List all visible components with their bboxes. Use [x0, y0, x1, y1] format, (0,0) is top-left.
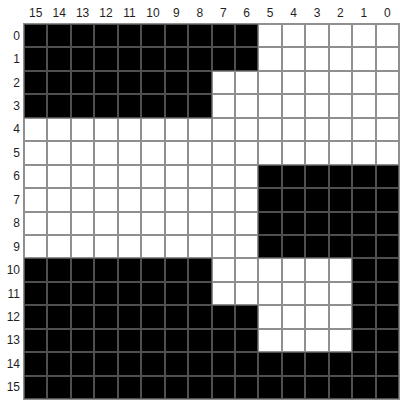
- cell-r6-c13[interactable]: [72, 166, 93, 187]
- cell-r10-c15[interactable]: [25, 259, 46, 280]
- cell-r10-c14[interactable]: [48, 259, 69, 280]
- cell-r15-c5[interactable]: [259, 377, 280, 398]
- row-label-15: 15: [0, 377, 23, 398]
- cell-r4-c9[interactable]: [166, 119, 187, 140]
- cell-r15-c15[interactable]: [25, 377, 46, 398]
- cell-r11-c14[interactable]: [48, 283, 69, 304]
- cell-r12-c8[interactable]: [189, 306, 210, 327]
- cell-r1-c7[interactable]: [213, 48, 234, 69]
- cell-r4-c0[interactable]: [377, 119, 398, 140]
- cell-r12-c2[interactable]: [330, 306, 351, 327]
- cell-r6-c2[interactable]: [330, 166, 351, 187]
- cell-r8-c6[interactable]: [236, 213, 257, 234]
- cell-r6-c6[interactable]: [236, 166, 257, 187]
- cell-r8-c10[interactable]: [142, 213, 163, 234]
- cell-r3-c15[interactable]: [25, 95, 46, 116]
- cell-r12-c13[interactable]: [72, 306, 93, 327]
- cell-r6-c14[interactable]: [48, 166, 69, 187]
- cell-r11-c3[interactable]: [306, 283, 327, 304]
- cell-r5-c1[interactable]: [353, 142, 374, 163]
- col-label-4: 4: [283, 0, 304, 23]
- cell-r12-c1[interactable]: [353, 306, 374, 327]
- cell-r12-c0[interactable]: [377, 306, 398, 327]
- row-label-1: 1: [0, 48, 23, 69]
- row-label-7: 7: [0, 189, 23, 210]
- row-label-14: 14: [0, 353, 23, 374]
- cell-r3-c14[interactable]: [48, 95, 69, 116]
- cell-r1-c9[interactable]: [166, 48, 187, 69]
- cell-r2-c2[interactable]: [330, 72, 351, 93]
- cell-r6-c0[interactable]: [377, 166, 398, 187]
- cell-r11-c9[interactable]: [166, 283, 187, 304]
- cell-r0-c11[interactable]: [119, 25, 140, 46]
- cell-r3-c3[interactable]: [306, 95, 327, 116]
- cell-r12-c9[interactable]: [166, 306, 187, 327]
- cell-r1-c11[interactable]: [119, 48, 140, 69]
- cell-r3-c1[interactable]: [353, 95, 374, 116]
- cell-r10-c1[interactable]: [353, 259, 374, 280]
- cell-r5-c7[interactable]: [213, 142, 234, 163]
- cell-r12-c10[interactable]: [142, 306, 163, 327]
- cell-r3-c6[interactable]: [236, 95, 257, 116]
- cell-r9-c11[interactable]: [119, 236, 140, 257]
- cell-r13-c2[interactable]: [330, 330, 351, 351]
- cell-r14-c7[interactable]: [213, 353, 234, 374]
- cell-r1-c1[interactable]: [353, 48, 374, 69]
- cell-r6-c8[interactable]: [189, 166, 210, 187]
- cell-r11-c6[interactable]: [236, 283, 257, 304]
- cell-r8-c14[interactable]: [48, 213, 69, 234]
- row-label-13: 13: [0, 330, 23, 351]
- cell-r8-c0[interactable]: [377, 213, 398, 234]
- col-label-13: 13: [72, 0, 93, 23]
- bitmap-board: 1514131211109876543210 01234567891011121…: [0, 0, 400, 400]
- cell-r9-c15[interactable]: [25, 236, 46, 257]
- col-label-10: 10: [142, 0, 163, 23]
- cell-r12-c15[interactable]: [25, 306, 46, 327]
- cell-r15-c13[interactable]: [72, 377, 93, 398]
- cell-r0-c2[interactable]: [330, 25, 351, 46]
- cell-r8-c12[interactable]: [95, 213, 116, 234]
- cell-r14-c2[interactable]: [330, 353, 351, 374]
- cell-r13-c9[interactable]: [166, 330, 187, 351]
- cell-r8-c8[interactable]: [189, 213, 210, 234]
- row-label-4: 4: [0, 119, 23, 140]
- cell-r13-c4[interactable]: [283, 330, 304, 351]
- cell-r1-c4[interactable]: [283, 48, 304, 69]
- cell-r14-c14[interactable]: [48, 353, 69, 374]
- cell-r1-c6[interactable]: [236, 48, 257, 69]
- cell-r9-c14[interactable]: [48, 236, 69, 257]
- cell-r5-c14[interactable]: [48, 142, 69, 163]
- cell-r6-c9[interactable]: [166, 166, 187, 187]
- cell-r14-c13[interactable]: [72, 353, 93, 374]
- cell-r9-c9[interactable]: [166, 236, 187, 257]
- cell-r7-c7[interactable]: [213, 189, 234, 210]
- cell-r0-c1[interactable]: [353, 25, 374, 46]
- cell-r14-c9[interactable]: [166, 353, 187, 374]
- cell-r14-c8[interactable]: [189, 353, 210, 374]
- cell-r0-c15[interactable]: [25, 25, 46, 46]
- cell-r3-c4[interactable]: [283, 95, 304, 116]
- cell-r7-c3[interactable]: [306, 189, 327, 210]
- cell-r15-c10[interactable]: [142, 377, 163, 398]
- cell-r14-c4[interactable]: [283, 353, 304, 374]
- cell-r11-c10[interactable]: [142, 283, 163, 304]
- cell-r3-c5[interactable]: [259, 95, 280, 116]
- cell-r0-c7[interactable]: [213, 25, 234, 46]
- cell-r5-c12[interactable]: [95, 142, 116, 163]
- cell-r11-c7[interactable]: [213, 283, 234, 304]
- cell-r11-c5[interactable]: [259, 283, 280, 304]
- row-label-0: 0: [0, 25, 23, 46]
- cell-r1-c12[interactable]: [95, 48, 116, 69]
- col-label-8: 8: [189, 0, 210, 23]
- cell-r3-c11[interactable]: [119, 95, 140, 116]
- cell-r6-c4[interactable]: [283, 166, 304, 187]
- cell-r5-c13[interactable]: [72, 142, 93, 163]
- cell-r9-c12[interactable]: [95, 236, 116, 257]
- cell-r13-c3[interactable]: [306, 330, 327, 351]
- cell-r10-c5[interactable]: [259, 259, 280, 280]
- cell-r7-c11[interactable]: [119, 189, 140, 210]
- cell-r15-c2[interactable]: [330, 377, 351, 398]
- cell-r5-c4[interactable]: [283, 142, 304, 163]
- cell-r3-c9[interactable]: [166, 95, 187, 116]
- col-label-14: 14: [48, 0, 69, 23]
- cell-r5-c0[interactable]: [377, 142, 398, 163]
- cell-r10-c0[interactable]: [377, 259, 398, 280]
- cell-r10-c6[interactable]: [236, 259, 257, 280]
- cell-r14-c3[interactable]: [306, 353, 327, 374]
- cell-r13-c0[interactable]: [377, 330, 398, 351]
- cell-r8-c13[interactable]: [72, 213, 93, 234]
- cell-r4-c11[interactable]: [119, 119, 140, 140]
- cell-r1-c15[interactable]: [25, 48, 46, 69]
- cell-r11-c4[interactable]: [283, 283, 304, 304]
- cell-r14-c12[interactable]: [95, 353, 116, 374]
- cell-r12-c12[interactable]: [95, 306, 116, 327]
- col-label-7: 7: [213, 0, 234, 23]
- cell-r3-c13[interactable]: [72, 95, 93, 116]
- cell-r12-c5[interactable]: [259, 306, 280, 327]
- cell-r6-c7[interactable]: [213, 166, 234, 187]
- cell-r0-c8[interactable]: [189, 25, 210, 46]
- cell-r8-c11[interactable]: [119, 213, 140, 234]
- cell-r7-c8[interactable]: [189, 189, 210, 210]
- cell-r12-c11[interactable]: [119, 306, 140, 327]
- cell-r3-c12[interactable]: [95, 95, 116, 116]
- cell-r8-c15[interactable]: [25, 213, 46, 234]
- cell-r11-c13[interactable]: [72, 283, 93, 304]
- cell-r13-c10[interactable]: [142, 330, 163, 351]
- cell-r11-c15[interactable]: [25, 283, 46, 304]
- cell-r15-c6[interactable]: [236, 377, 257, 398]
- cell-r11-c8[interactable]: [189, 283, 210, 304]
- cell-r4-c1[interactable]: [353, 119, 374, 140]
- cell-r12-c4[interactable]: [283, 306, 304, 327]
- cell-r1-c5[interactable]: [259, 48, 280, 69]
- cell-r1-c13[interactable]: [72, 48, 93, 69]
- col-label-3: 3: [306, 0, 327, 23]
- cell-r14-c6[interactable]: [236, 353, 257, 374]
- cell-r2-c13[interactable]: [72, 72, 93, 93]
- cell-r14-c0[interactable]: [377, 353, 398, 374]
- cell-r1-c10[interactable]: [142, 48, 163, 69]
- cell-r2-c8[interactable]: [189, 72, 210, 93]
- cell-r0-c14[interactable]: [48, 25, 69, 46]
- cell-r4-c10[interactable]: [142, 119, 163, 140]
- col-label-6: 6: [236, 0, 257, 23]
- cell-r13-c12[interactable]: [95, 330, 116, 351]
- cell-r7-c10[interactable]: [142, 189, 163, 210]
- cell-r0-c13[interactable]: [72, 25, 93, 46]
- cell-r1-c8[interactable]: [189, 48, 210, 69]
- cell-r13-c7[interactable]: [213, 330, 234, 351]
- cell-r4-c3[interactable]: [306, 119, 327, 140]
- cell-r7-c2[interactable]: [330, 189, 351, 210]
- cell-r4-c4[interactable]: [283, 119, 304, 140]
- cell-r8-c1[interactable]: [353, 213, 374, 234]
- cell-r5-c15[interactable]: [25, 142, 46, 163]
- cell-r4-c13[interactable]: [72, 119, 93, 140]
- cell-r0-c10[interactable]: [142, 25, 163, 46]
- cell-r2-c12[interactable]: [95, 72, 116, 93]
- cell-r3-c0[interactable]: [377, 95, 398, 116]
- cell-r8-c9[interactable]: [166, 213, 187, 234]
- cell-r0-c5[interactable]: [259, 25, 280, 46]
- cell-r15-c0[interactable]: [377, 377, 398, 398]
- cell-r9-c2[interactable]: [330, 236, 351, 257]
- cell-r9-c0[interactable]: [377, 236, 398, 257]
- cell-r5-c10[interactable]: [142, 142, 163, 163]
- cell-r7-c4[interactable]: [283, 189, 304, 210]
- row-label-11: 11: [0, 283, 23, 304]
- cell-r11-c0[interactable]: [377, 283, 398, 304]
- cell-r7-c1[interactable]: [353, 189, 374, 210]
- cell-r3-c8[interactable]: [189, 95, 210, 116]
- cell-r10-c3[interactable]: [306, 259, 327, 280]
- cell-r7-c15[interactable]: [25, 189, 46, 210]
- cell-r2-c0[interactable]: [377, 72, 398, 93]
- row-label-2: 2: [0, 72, 23, 93]
- cell-r10-c13[interactable]: [72, 259, 93, 280]
- cell-r5-c8[interactable]: [189, 142, 210, 163]
- row-label-5: 5: [0, 142, 23, 163]
- cell-r2-c10[interactable]: [142, 72, 163, 93]
- cell-r10-c12[interactable]: [95, 259, 116, 280]
- cell-r13-c11[interactable]: [119, 330, 140, 351]
- cell-r6-c15[interactable]: [25, 166, 46, 187]
- cell-r14-c5[interactable]: [259, 353, 280, 374]
- cell-r15-c3[interactable]: [306, 377, 327, 398]
- cell-r6-c3[interactable]: [306, 166, 327, 187]
- cell-r7-c14[interactable]: [48, 189, 69, 210]
- cell-r15-c14[interactable]: [48, 377, 69, 398]
- cell-r11-c2[interactable]: [330, 283, 351, 304]
- cell-r9-c7[interactable]: [213, 236, 234, 257]
- cell-r8-c2[interactable]: [330, 213, 351, 234]
- cell-r2-c14[interactable]: [48, 72, 69, 93]
- cell-r0-c0[interactable]: [377, 25, 398, 46]
- cell-r1-c14[interactable]: [48, 48, 69, 69]
- cell-r2-c15[interactable]: [25, 72, 46, 93]
- cell-r15-c11[interactable]: [119, 377, 140, 398]
- cell-r2-c1[interactable]: [353, 72, 374, 93]
- cell-r0-c4[interactable]: [283, 25, 304, 46]
- cell-r8-c5[interactable]: [259, 213, 280, 234]
- cell-r0-c12[interactable]: [95, 25, 116, 46]
- cell-r1-c0[interactable]: [377, 48, 398, 69]
- cell-r6-c1[interactable]: [353, 166, 374, 187]
- cell-r4-c5[interactable]: [259, 119, 280, 140]
- cell-r3-c10[interactable]: [142, 95, 163, 116]
- cell-r7-c9[interactable]: [166, 189, 187, 210]
- row-label-3: 3: [0, 95, 23, 116]
- cell-r8-c7[interactable]: [213, 213, 234, 234]
- cell-r15-c4[interactable]: [283, 377, 304, 398]
- cell-r8-c3[interactable]: [306, 213, 327, 234]
- cell-r12-c6[interactable]: [236, 306, 257, 327]
- cell-r2-c6[interactable]: [236, 72, 257, 93]
- cell-r13-c15[interactable]: [25, 330, 46, 351]
- cell-r5-c2[interactable]: [330, 142, 351, 163]
- pixel-grid: [23, 23, 400, 400]
- cell-r15-c12[interactable]: [95, 377, 116, 398]
- cell-r0-c9[interactable]: [166, 25, 187, 46]
- col-label-12: 12: [95, 0, 116, 23]
- cell-r4-c8[interactable]: [189, 119, 210, 140]
- cell-r15-c9[interactable]: [166, 377, 187, 398]
- cell-r13-c13[interactable]: [72, 330, 93, 351]
- cell-r9-c4[interactable]: [283, 236, 304, 257]
- cell-r12-c3[interactable]: [306, 306, 327, 327]
- cell-r14-c10[interactable]: [142, 353, 163, 374]
- cell-r7-c5[interactable]: [259, 189, 280, 210]
- cell-r6-c12[interactable]: [95, 166, 116, 187]
- cell-r9-c3[interactable]: [306, 236, 327, 257]
- cell-r10-c7[interactable]: [213, 259, 234, 280]
- cell-r9-c8[interactable]: [189, 236, 210, 257]
- cell-r7-c6[interactable]: [236, 189, 257, 210]
- cell-r4-c14[interactable]: [48, 119, 69, 140]
- cell-r10-c4[interactable]: [283, 259, 304, 280]
- cell-r12-c7[interactable]: [213, 306, 234, 327]
- cell-r13-c8[interactable]: [189, 330, 210, 351]
- cell-r10-c8[interactable]: [189, 259, 210, 280]
- cell-r9-c10[interactable]: [142, 236, 163, 257]
- cell-r13-c5[interactable]: [259, 330, 280, 351]
- col-label-5: 5: [259, 0, 280, 23]
- cell-r13-c1[interactable]: [353, 330, 374, 351]
- cell-r5-c5[interactable]: [259, 142, 280, 163]
- cell-r14-c15[interactable]: [25, 353, 46, 374]
- col-label-0: 0: [377, 0, 398, 23]
- cell-r9-c6[interactable]: [236, 236, 257, 257]
- cell-r2-c5[interactable]: [259, 72, 280, 93]
- cell-r12-c14[interactable]: [48, 306, 69, 327]
- cell-r13-c14[interactable]: [48, 330, 69, 351]
- cell-r8-c4[interactable]: [283, 213, 304, 234]
- cell-r11-c11[interactable]: [119, 283, 140, 304]
- cell-r15-c8[interactable]: [189, 377, 210, 398]
- col-label-2: 2: [330, 0, 351, 23]
- cell-r1-c2[interactable]: [330, 48, 351, 69]
- cell-r13-c6[interactable]: [236, 330, 257, 351]
- cell-r3-c2[interactable]: [330, 95, 351, 116]
- cell-r15-c1[interactable]: [353, 377, 374, 398]
- cell-r4-c2[interactable]: [330, 119, 351, 140]
- cell-r5-c9[interactable]: [166, 142, 187, 163]
- col-label-11: 11: [119, 0, 140, 23]
- col-label-15: 15: [25, 0, 46, 23]
- cell-r9-c1[interactable]: [353, 236, 374, 257]
- cell-r2-c9[interactable]: [166, 72, 187, 93]
- cell-r2-c3[interactable]: [306, 72, 327, 93]
- cell-r10-c11[interactable]: [119, 259, 140, 280]
- row-label-12: 12: [0, 306, 23, 327]
- cell-r2-c7[interactable]: [213, 72, 234, 93]
- cell-r10-c2[interactable]: [330, 259, 351, 280]
- cell-r6-c5[interactable]: [259, 166, 280, 187]
- cell-r5-c11[interactable]: [119, 142, 140, 163]
- cell-r10-c9[interactable]: [166, 259, 187, 280]
- cell-r5-c6[interactable]: [236, 142, 257, 163]
- cell-r7-c12[interactable]: [95, 189, 116, 210]
- cell-r11-c12[interactable]: [95, 283, 116, 304]
- cell-r9-c13[interactable]: [72, 236, 93, 257]
- cell-r6-c11[interactable]: [119, 166, 140, 187]
- cell-r4-c7[interactable]: [213, 119, 234, 140]
- cell-r15-c7[interactable]: [213, 377, 234, 398]
- cell-r0-c6[interactable]: [236, 25, 257, 46]
- row-label-8: 8: [0, 213, 23, 234]
- cell-r14-c1[interactable]: [353, 353, 374, 374]
- cell-r4-c15[interactable]: [25, 119, 46, 140]
- cell-r3-c7[interactable]: [213, 95, 234, 116]
- row-label-6: 6: [0, 166, 23, 187]
- cell-r2-c4[interactable]: [283, 72, 304, 93]
- row-labels: 0123456789101112131415: [0, 23, 23, 400]
- cell-r10-c10[interactable]: [142, 259, 163, 280]
- cell-r14-c11[interactable]: [119, 353, 140, 374]
- cell-r2-c11[interactable]: [119, 72, 140, 93]
- cell-r7-c0[interactable]: [377, 189, 398, 210]
- col-label-9: 9: [166, 0, 187, 23]
- cell-r4-c12[interactable]: [95, 119, 116, 140]
- cell-r5-c3[interactable]: [306, 142, 327, 163]
- cell-r1-c3[interactable]: [306, 48, 327, 69]
- row-label-10: 10: [0, 259, 23, 280]
- column-headers: 1514131211109876543210: [23, 0, 400, 23]
- cell-r9-c5[interactable]: [259, 236, 280, 257]
- col-label-1: 1: [353, 0, 374, 23]
- cell-r11-c1[interactable]: [353, 283, 374, 304]
- cell-r4-c6[interactable]: [236, 119, 257, 140]
- cell-r6-c10[interactable]: [142, 166, 163, 187]
- cell-r0-c3[interactable]: [306, 25, 327, 46]
- row-label-9: 9: [0, 236, 23, 257]
- cell-r7-c13[interactable]: [72, 189, 93, 210]
